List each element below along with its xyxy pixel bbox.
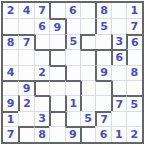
cell-r7c8[interactable]: 7 xyxy=(111,95,126,110)
cell-r7c9[interactable]: 5 xyxy=(126,95,141,110)
cell-r8c7[interactable]: 7 xyxy=(95,111,110,126)
cell-r1c8[interactable] xyxy=(111,3,126,18)
cell-r4c9[interactable] xyxy=(126,49,141,64)
cell-r8c2[interactable] xyxy=(18,111,33,126)
cell-r8c4[interactable] xyxy=(49,111,64,126)
cell-r3c9[interactable]: 6 xyxy=(126,34,141,49)
cell-r6c8[interactable] xyxy=(111,80,126,95)
cell-r1c2[interactable]: 4 xyxy=(18,3,33,18)
cell-r8c3[interactable]: 3 xyxy=(34,111,49,126)
cell-r9c7[interactable]: 6 xyxy=(95,126,110,141)
cell-r5c5[interactable] xyxy=(65,65,80,80)
cell-r6c1[interactable] xyxy=(3,80,18,95)
cell-r4c1[interactable] xyxy=(3,49,18,64)
cell-r9c6[interactable] xyxy=(80,126,95,141)
cell-r5c8[interactable] xyxy=(111,65,126,80)
cell-r8c6[interactable]: 5 xyxy=(80,111,95,126)
cell-r5c4[interactable] xyxy=(49,65,64,80)
cell-r2c5[interactable] xyxy=(65,18,80,33)
cell-r9c3[interactable]: 8 xyxy=(34,126,49,141)
cell-r9c1[interactable]: 7 xyxy=(3,126,18,141)
cell-r7c7[interactable] xyxy=(95,95,110,110)
cell-r2c8[interactable] xyxy=(111,18,126,33)
cell-r6c6[interactable] xyxy=(80,80,95,95)
cell-r2c6[interactable] xyxy=(80,18,95,33)
cell-r2c4[interactable]: 9 xyxy=(49,18,64,33)
jigsaw-sudoku-board: 247681695787536642989921751357789612 xyxy=(1,1,144,144)
cell-r4c8[interactable]: 6 xyxy=(111,49,126,64)
cell-r4c3[interactable] xyxy=(34,49,49,64)
cell-r3c2[interactable]: 7 xyxy=(18,34,33,49)
cell-r4c7[interactable] xyxy=(95,49,110,64)
cell-r1c4[interactable] xyxy=(49,3,64,18)
cell-r6c5[interactable] xyxy=(65,80,80,95)
cell-r8c9[interactable] xyxy=(126,111,141,126)
sudoku-board-wrap: 247681695787536642989921751357789612 xyxy=(1,1,144,144)
cell-r7c3[interactable] xyxy=(34,95,49,110)
cell-r1c5[interactable]: 6 xyxy=(65,3,80,18)
cell-r5c2[interactable] xyxy=(18,65,33,80)
cell-r9c2[interactable] xyxy=(18,126,33,141)
cell-r1c3[interactable]: 7 xyxy=(34,3,49,18)
cell-r9c4[interactable] xyxy=(49,126,64,141)
cell-r1c6[interactable] xyxy=(80,3,95,18)
cell-r3c3[interactable] xyxy=(34,34,49,49)
cell-r3c5[interactable]: 5 xyxy=(65,34,80,49)
cell-r7c5[interactable]: 1 xyxy=(65,95,80,110)
cell-r8c8[interactable] xyxy=(111,111,126,126)
cell-r4c2[interactable] xyxy=(18,49,33,64)
cell-r4c6[interactable] xyxy=(80,49,95,64)
cell-r6c3[interactable] xyxy=(34,80,49,95)
cell-r8c1[interactable]: 1 xyxy=(3,111,18,126)
cell-r5c3[interactable]: 2 xyxy=(34,65,49,80)
cell-r5c6[interactable] xyxy=(80,65,95,80)
cell-r9c8[interactable]: 1 xyxy=(111,126,126,141)
cell-r7c1[interactable]: 9 xyxy=(3,95,18,110)
cell-r2c7[interactable]: 5 xyxy=(95,18,110,33)
cell-r3c6[interactable] xyxy=(80,34,95,49)
cell-r4c5[interactable] xyxy=(65,49,80,64)
cell-r2c1[interactable] xyxy=(3,18,18,33)
cell-r4c4[interactable] xyxy=(49,49,64,64)
cell-r5c7[interactable]: 9 xyxy=(95,65,110,80)
cell-r7c2[interactable]: 2 xyxy=(18,95,33,110)
cell-r3c4[interactable] xyxy=(49,34,64,49)
cell-r1c9[interactable]: 1 xyxy=(126,3,141,18)
cell-r6c4[interactable] xyxy=(49,80,64,95)
cell-r5c1[interactable]: 4 xyxy=(3,65,18,80)
cell-r3c7[interactable] xyxy=(95,34,110,49)
cell-r3c8[interactable]: 3 xyxy=(111,34,126,49)
cell-r5c9[interactable]: 8 xyxy=(126,65,141,80)
cell-r8c5[interactable] xyxy=(65,111,80,126)
cell-r6c9[interactable] xyxy=(126,80,141,95)
cell-r6c2[interactable]: 9 xyxy=(18,80,33,95)
cell-r9c5[interactable]: 9 xyxy=(65,126,80,141)
cell-r1c7[interactable]: 8 xyxy=(95,3,110,18)
cell-r2c3[interactable]: 6 xyxy=(34,18,49,33)
cell-r1c1[interactable]: 2 xyxy=(3,3,18,18)
cell-r9c9[interactable]: 2 xyxy=(126,126,141,141)
cell-r2c9[interactable]: 7 xyxy=(126,18,141,33)
cell-r6c7[interactable] xyxy=(95,80,110,95)
cell-r7c4[interactable] xyxy=(49,95,64,110)
cell-r3c1[interactable]: 8 xyxy=(3,34,18,49)
cell-r2c2[interactable] xyxy=(18,18,33,33)
cell-r7c6[interactable] xyxy=(80,95,95,110)
